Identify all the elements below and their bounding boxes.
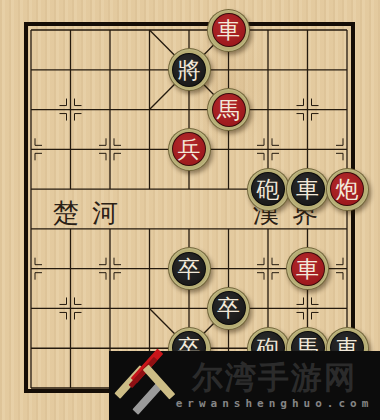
piece-black-soldier-1[interactable]: 卒 (168, 247, 211, 290)
piece-red-horse[interactable]: 馬 (207, 88, 250, 131)
piece-red-chariot-1[interactable]: 車 (207, 9, 250, 52)
piece-face: 馬 (212, 93, 246, 127)
piece-glyph: 馬 (217, 98, 240, 122)
piece-red-soldier[interactable]: 兵 (168, 128, 211, 171)
xiangqi-screenshot: 楚河 漢界 車將馬兵砲車炮卒車卒卒砲馬車 尔湾手游网 erwanshenghuo… (0, 0, 380, 420)
piece-face: 卒 (212, 291, 246, 325)
piece-red-cannon[interactable]: 炮 (326, 168, 369, 211)
piece-face: 車 (291, 172, 325, 206)
piece-face: 兵 (172, 132, 206, 166)
piece-face: 將 (172, 53, 206, 87)
piece-glyph: 砲 (257, 177, 280, 201)
piece-glyph: 兵 (178, 137, 201, 161)
piece-glyph: 車 (296, 257, 319, 281)
watermark-title: 尔湾手游网 (192, 362, 357, 393)
piece-glyph: 將 (178, 58, 201, 82)
piece-glyph: 卒 (217, 296, 240, 320)
watermark-url: erwanshenghuo.com (176, 397, 374, 410)
piece-face: 車 (291, 252, 325, 286)
piece-red-chariot-2[interactable]: 車 (286, 247, 329, 290)
watermark-banner: 尔湾手游网 erwanshenghuo.com (109, 351, 380, 420)
piece-glyph: 炮 (336, 177, 359, 201)
piece-black-cannon-1[interactable]: 砲 (247, 168, 290, 211)
piece-glyph: 卒 (178, 257, 201, 281)
piece-black-general[interactable]: 將 (168, 48, 211, 91)
piece-face: 卒 (172, 252, 206, 286)
piece-glyph: 車 (217, 18, 240, 42)
piece-black-chariot-1[interactable]: 車 (286, 168, 329, 211)
piece-glyph: 車 (296, 177, 319, 201)
piece-face: 炮 (330, 172, 364, 206)
piece-face: 砲 (251, 172, 285, 206)
piece-black-soldier-2[interactable]: 卒 (207, 287, 250, 330)
piece-face: 車 (212, 13, 246, 47)
watermark-logo-icon (113, 356, 173, 416)
